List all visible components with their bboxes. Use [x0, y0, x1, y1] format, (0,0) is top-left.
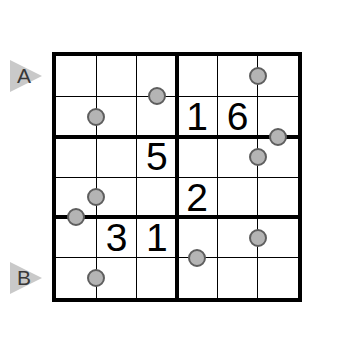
cell-r5c3[interactable]: 1 — [137, 217, 177, 257]
consecutive-dot — [188, 249, 206, 267]
cell-r1c4[interactable] — [177, 56, 217, 96]
cell-r2c5[interactable]: 6 — [217, 96, 257, 136]
box-border-horizontal — [56, 135, 298, 139]
box-border-horizontal — [56, 215, 298, 219]
consecutive-dot — [269, 128, 287, 146]
cell-r4c5[interactable] — [217, 177, 257, 217]
grid-line-horizontal — [56, 96, 298, 97]
cell-r3c2[interactable] — [96, 137, 136, 177]
cell-r3c3[interactable]: 5 — [137, 137, 177, 177]
consecutive-dot — [249, 148, 267, 166]
cell-r4c4[interactable]: 2 — [177, 177, 217, 217]
cell-r2c4[interactable]: 1 — [177, 96, 217, 136]
sudoku-board: 165231 — [52, 52, 302, 302]
cell-r6c6[interactable] — [258, 258, 298, 298]
cell-r5c2[interactable]: 3 — [96, 217, 136, 257]
consecutive-dot — [249, 67, 267, 85]
marker-b-label: B — [10, 262, 38, 294]
cell-r4c6[interactable] — [258, 177, 298, 217]
cell-r6c5[interactable] — [217, 258, 257, 298]
cell-r1c1[interactable] — [56, 56, 96, 96]
grid-line-horizontal — [56, 177, 298, 178]
answer-row-marker-a: A — [10, 60, 44, 92]
answer-row-marker-b: B — [10, 262, 44, 294]
cell-r3c4[interactable] — [177, 137, 217, 177]
cell-r6c3[interactable] — [137, 258, 177, 298]
grid-line-horizontal — [56, 257, 298, 258]
consecutive-dot — [249, 229, 267, 247]
consecutive-dot — [87, 108, 105, 126]
puzzle-page: A B 165231 — [0, 0, 352, 358]
marker-a-label: A — [10, 60, 38, 92]
cell-r3c1[interactable] — [56, 137, 96, 177]
cell-r4c3[interactable] — [137, 177, 177, 217]
cell-r1c2[interactable] — [96, 56, 136, 96]
